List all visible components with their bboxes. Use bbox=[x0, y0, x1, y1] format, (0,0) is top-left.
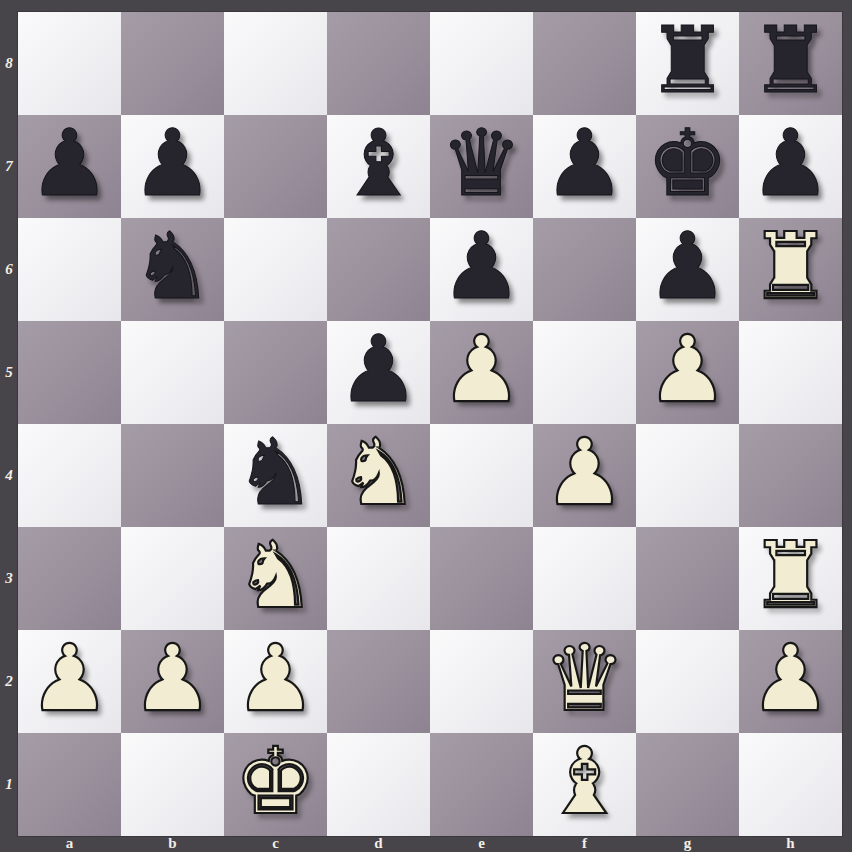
black-pawn-b7[interactable]: ♟ bbox=[131, 112, 213, 215]
white-pawn-c2[interactable]: ♟ bbox=[234, 627, 316, 730]
black-king-g7[interactable]: ♚ bbox=[646, 112, 728, 215]
square-d5[interactable]: ♟ bbox=[327, 321, 430, 424]
file-label-c: c bbox=[224, 835, 327, 852]
black-pawn-d5[interactable]: ♟ bbox=[337, 318, 419, 421]
white-queen-f2[interactable]: ♛ bbox=[543, 627, 625, 730]
square-h2[interactable]: ♟ bbox=[739, 630, 842, 733]
square-a3[interactable] bbox=[18, 527, 121, 630]
square-b1[interactable] bbox=[121, 733, 224, 836]
rank-label-4: 4 bbox=[0, 424, 18, 527]
white-bishop-f1[interactable]: ♝ bbox=[543, 730, 625, 833]
white-king-c1[interactable]: ♚ bbox=[234, 730, 316, 833]
rank-labels: 87654321 bbox=[0, 12, 18, 836]
square-a6[interactable] bbox=[18, 218, 121, 321]
white-knight-c3[interactable]: ♞ bbox=[234, 524, 316, 627]
square-d6[interactable] bbox=[327, 218, 430, 321]
black-pawn-f7[interactable]: ♟ bbox=[543, 112, 625, 215]
square-a8[interactable] bbox=[18, 12, 121, 115]
square-g5[interactable]: ♟ bbox=[636, 321, 739, 424]
rank-label-6: 6 bbox=[0, 218, 18, 321]
square-h5[interactable] bbox=[739, 321, 842, 424]
file-label-a: a bbox=[18, 835, 121, 852]
square-g8[interactable]: ♜ bbox=[636, 12, 739, 115]
black-knight-c4[interactable]: ♞ bbox=[234, 421, 316, 524]
rank-label-2: 2 bbox=[0, 630, 18, 733]
white-pawn-h2[interactable]: ♟ bbox=[749, 627, 831, 730]
rank-label-1: 1 bbox=[0, 733, 18, 836]
square-g6[interactable]: ♟ bbox=[636, 218, 739, 321]
square-b3[interactable] bbox=[121, 527, 224, 630]
white-pawn-g5[interactable]: ♟ bbox=[646, 318, 728, 421]
square-c7[interactable] bbox=[224, 115, 327, 218]
white-rook-h6[interactable]: ♜ bbox=[749, 215, 831, 318]
black-pawn-e6[interactable]: ♟ bbox=[440, 215, 522, 318]
square-f3[interactable] bbox=[533, 527, 636, 630]
rank-label-8: 8 bbox=[0, 12, 18, 115]
square-b5[interactable] bbox=[121, 321, 224, 424]
square-g4[interactable] bbox=[636, 424, 739, 527]
square-e7[interactable]: ♛ bbox=[430, 115, 533, 218]
black-queen-e7[interactable]: ♛ bbox=[440, 112, 522, 215]
file-label-f: f bbox=[533, 835, 636, 852]
black-pawn-g6[interactable]: ♟ bbox=[646, 215, 728, 318]
square-f1[interactable]: ♝ bbox=[533, 733, 636, 836]
file-labels: abcdefgh bbox=[18, 835, 842, 852]
square-d2[interactable] bbox=[327, 630, 430, 733]
square-e1[interactable] bbox=[430, 733, 533, 836]
square-d4[interactable]: ♞ bbox=[327, 424, 430, 527]
square-a4[interactable] bbox=[18, 424, 121, 527]
black-rook-g8[interactable]: ♜ bbox=[646, 9, 728, 112]
square-g7[interactable]: ♚ bbox=[636, 115, 739, 218]
square-b7[interactable]: ♟ bbox=[121, 115, 224, 218]
square-h8[interactable]: ♜ bbox=[739, 12, 842, 115]
square-b6[interactable]: ♞ bbox=[121, 218, 224, 321]
black-rook-h8[interactable]: ♜ bbox=[749, 9, 831, 112]
file-label-e: e bbox=[430, 835, 533, 852]
square-a7[interactable]: ♟ bbox=[18, 115, 121, 218]
rank-label-5: 5 bbox=[0, 321, 18, 424]
square-f2[interactable]: ♛ bbox=[533, 630, 636, 733]
white-rook-h3[interactable]: ♜ bbox=[749, 524, 831, 627]
square-h7[interactable]: ♟ bbox=[739, 115, 842, 218]
square-c2[interactable]: ♟ bbox=[224, 630, 327, 733]
square-b4[interactable] bbox=[121, 424, 224, 527]
square-c3[interactable]: ♞ bbox=[224, 527, 327, 630]
square-a5[interactable] bbox=[18, 321, 121, 424]
square-a2[interactable]: ♟ bbox=[18, 630, 121, 733]
square-f4[interactable]: ♟ bbox=[533, 424, 636, 527]
black-pawn-a7[interactable]: ♟ bbox=[28, 112, 110, 215]
black-knight-b6[interactable]: ♞ bbox=[131, 215, 213, 318]
white-pawn-a2[interactable]: ♟ bbox=[28, 627, 110, 730]
chess-board: ♜♜♟♟♝♛♟♚♟♞♟♟♜♟♟♟♞♞♟♞♜♟♟♟♛♟♚♝ bbox=[18, 12, 842, 836]
square-e2[interactable] bbox=[430, 630, 533, 733]
square-c5[interactable] bbox=[224, 321, 327, 424]
rank-label-7: 7 bbox=[0, 115, 18, 218]
black-pawn-h7[interactable]: ♟ bbox=[749, 112, 831, 215]
square-g3[interactable] bbox=[636, 527, 739, 630]
white-pawn-b2[interactable]: ♟ bbox=[131, 627, 213, 730]
square-c4[interactable]: ♞ bbox=[224, 424, 327, 527]
square-c6[interactable] bbox=[224, 218, 327, 321]
board-frame: ♜♜♟♟♝♛♟♚♟♞♟♟♜♟♟♟♞♞♟♞♜♟♟♟♛♟♚♝ 87654321 ab… bbox=[0, 0, 852, 852]
square-g2[interactable] bbox=[636, 630, 739, 733]
file-label-g: g bbox=[636, 835, 739, 852]
square-h1[interactable] bbox=[739, 733, 842, 836]
square-g1[interactable] bbox=[636, 733, 739, 836]
white-pawn-e5[interactable]: ♟ bbox=[440, 318, 522, 421]
file-label-d: d bbox=[327, 835, 430, 852]
white-pawn-f4[interactable]: ♟ bbox=[543, 421, 625, 524]
square-a1[interactable] bbox=[18, 733, 121, 836]
rank-label-3: 3 bbox=[0, 527, 18, 630]
square-d1[interactable] bbox=[327, 733, 430, 836]
square-h4[interactable] bbox=[739, 424, 842, 527]
square-b2[interactable]: ♟ bbox=[121, 630, 224, 733]
square-e8[interactable] bbox=[430, 12, 533, 115]
black-bishop-d7[interactable]: ♝ bbox=[337, 112, 419, 215]
square-d8[interactable] bbox=[327, 12, 430, 115]
square-h3[interactable]: ♜ bbox=[739, 527, 842, 630]
file-label-h: h bbox=[739, 835, 842, 852]
file-label-b: b bbox=[121, 835, 224, 852]
square-f7[interactable]: ♟ bbox=[533, 115, 636, 218]
square-d3[interactable] bbox=[327, 527, 430, 630]
square-d7[interactable]: ♝ bbox=[327, 115, 430, 218]
square-f5[interactable] bbox=[533, 321, 636, 424]
square-e4[interactable] bbox=[430, 424, 533, 527]
square-e3[interactable] bbox=[430, 527, 533, 630]
square-c1[interactable]: ♚ bbox=[224, 733, 327, 836]
square-e5[interactable]: ♟ bbox=[430, 321, 533, 424]
square-e6[interactable]: ♟ bbox=[430, 218, 533, 321]
square-c8[interactable] bbox=[224, 12, 327, 115]
square-f6[interactable] bbox=[533, 218, 636, 321]
square-b8[interactable] bbox=[121, 12, 224, 115]
white-knight-d4[interactable]: ♞ bbox=[337, 421, 419, 524]
square-f8[interactable] bbox=[533, 12, 636, 115]
square-h6[interactable]: ♜ bbox=[739, 218, 842, 321]
